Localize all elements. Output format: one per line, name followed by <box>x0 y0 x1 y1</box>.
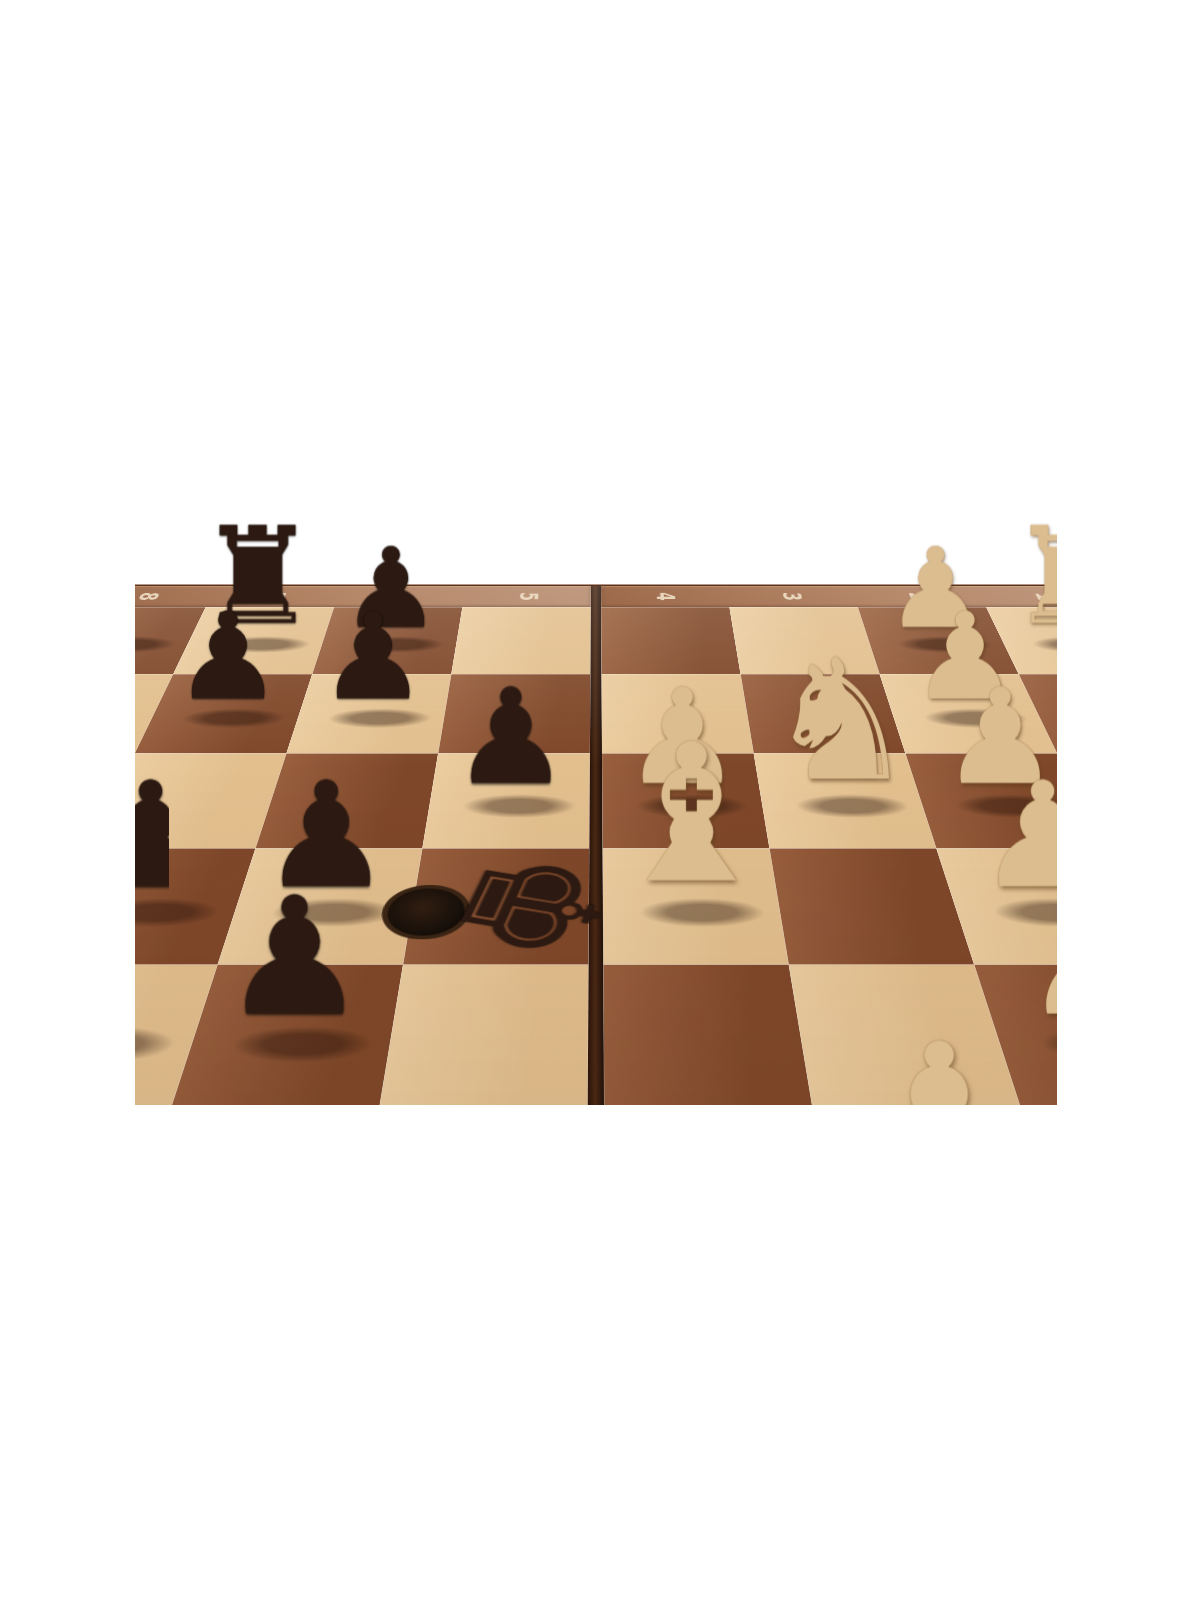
bishop-glyph: ♝ <box>135 826 194 1039</box>
piece-shadow <box>135 1027 178 1062</box>
piece-shadow <box>794 795 910 818</box>
pawn-glyph: ♟ <box>1021 876 1057 1039</box>
pawn-glyph: ♟ <box>173 596 281 717</box>
pawn-glyph: ♟ <box>451 671 570 803</box>
chess-photo-frame: 87654321♞♜♟♟♜♟♟♟♝♟♟♞♟♟♟♚♝♟♝♟♟♝♟♟♟ <box>135 498 1057 1105</box>
page-background: 87654321♞♜♟♟♜♟♟♟♝♟♟♞♟♟♟♚♝♟♝♟♟♝♟♟♟ <box>0 0 1200 1600</box>
pawn-glyph: ♟ <box>856 1019 1022 1105</box>
rank-label-3: 3 <box>772 588 810 604</box>
bishop-glyph: ♝ <box>605 719 776 910</box>
piece-shadow <box>640 899 765 927</box>
knight-glyph: ♞ <box>765 636 915 804</box>
board-scene: 87654321♞♜♟♟♜♟♟♟♝♟♟♞♟♟♟♚♝♟♝♟♟♝♟♟♟ <box>135 498 1057 1105</box>
chessboard: 87654321♞♜♟♟♜♟♟♟♝♟♟♞♟♟♟♚♝♟♝♟♟♝♟♟♟ <box>135 586 1057 1105</box>
pawn-glyph: ♟ <box>318 596 426 717</box>
square-d4 <box>603 965 813 1105</box>
rank-label-4: 4 <box>647 588 683 604</box>
rank-label-5: 5 <box>509 588 545 604</box>
square-d5 <box>379 965 589 1105</box>
pawn-glyph: ♟ <box>221 876 367 1039</box>
